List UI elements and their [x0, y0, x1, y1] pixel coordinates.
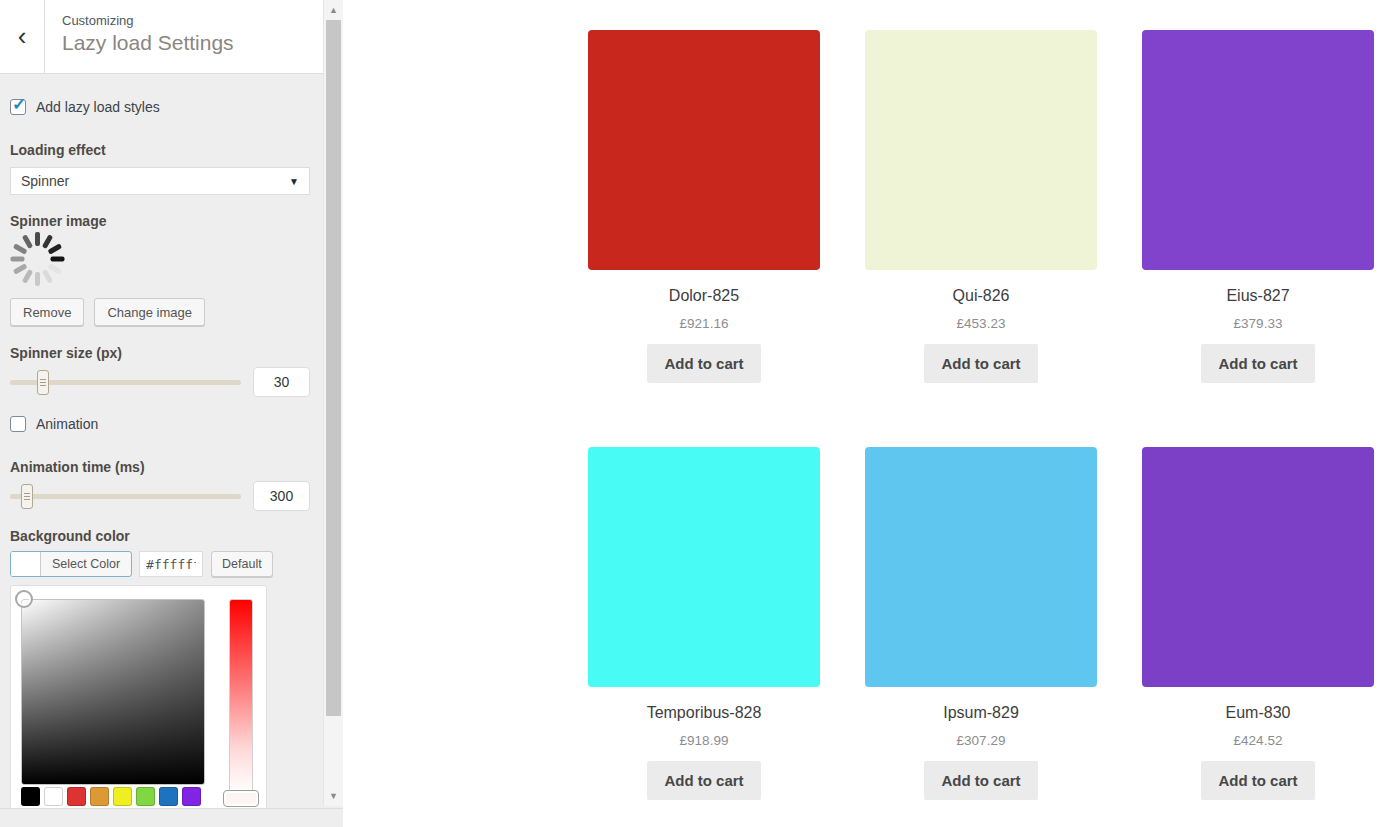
- loading-effect-label: Loading effect: [10, 142, 310, 158]
- palette-swatch[interactable]: [159, 787, 178, 806]
- customizer-header: ‹ Customizing Lazy load Settings: [0, 0, 343, 74]
- header-text: Customizing Lazy load Settings: [45, 0, 234, 73]
- product-name[interactable]: Temporibus-828: [588, 704, 820, 722]
- add-to-cart-button[interactable]: Add to cart: [924, 344, 1037, 383]
- product-card: Eius-827 £379.33 Add to cart: [1142, 30, 1374, 383]
- color-palette: [21, 787, 201, 806]
- color-picker: [10, 585, 267, 813]
- product-price: £921.16: [588, 316, 820, 331]
- slider-handle[interactable]: [37, 370, 49, 395]
- animation-time-control: [10, 481, 310, 511]
- spinner-image-label: Spinner image: [10, 213, 310, 229]
- settings-panel: ✓ Add lazy load styles Loading effect Sp…: [0, 74, 343, 813]
- saturation-square[interactable]: [21, 599, 205, 785]
- product-name[interactable]: Qui-826: [865, 287, 1097, 305]
- site-preview: Dolor-825 £921.16 Add to cart Qui-826 £4…: [343, 0, 1385, 827]
- product-grid: Dolor-825 £921.16 Add to cart Qui-826 £4…: [588, 30, 1374, 800]
- product-card: Ipsum-829 £307.29 Add to cart: [865, 447, 1097, 800]
- product-price: £918.99: [588, 733, 820, 748]
- add-to-cart-button[interactable]: Add to cart: [647, 761, 760, 800]
- add-to-cart-button[interactable]: Add to cart: [1201, 344, 1314, 383]
- background-color-control: Select Color Default: [10, 551, 310, 577]
- palette-swatch[interactable]: [136, 787, 155, 806]
- current-color-swatch: [11, 552, 41, 576]
- product-name[interactable]: Eius-827: [1142, 287, 1374, 305]
- back-arrow-icon: ‹: [18, 21, 27, 52]
- slider-track[interactable]: [10, 494, 241, 499]
- spinner-size-label: Spinner size (px): [10, 345, 310, 361]
- product-image[interactable]: [588, 447, 820, 687]
- default-color-button[interactable]: Default: [211, 551, 273, 577]
- palette-swatch[interactable]: [67, 787, 86, 806]
- animation-time-label: Animation time (ms): [10, 459, 310, 475]
- sidebar-footer: [0, 808, 343, 827]
- add-to-cart-button[interactable]: Add to cart: [1201, 761, 1314, 800]
- breadcrumb: Customizing: [62, 13, 234, 28]
- color-pointer-icon[interactable]: [15, 590, 33, 608]
- add-to-cart-button[interactable]: Add to cart: [647, 344, 760, 383]
- product-image[interactable]: [865, 447, 1097, 687]
- palette-swatch[interactable]: [21, 787, 40, 806]
- loading-effect-select[interactable]: Spinner ▼: [10, 167, 310, 195]
- add-lazy-load-styles-label: Add lazy load styles: [36, 99, 160, 115]
- loading-effect-value: Spinner: [21, 173, 69, 189]
- back-button[interactable]: ‹: [0, 0, 45, 73]
- product-name[interactable]: Ipsum-829: [865, 704, 1097, 722]
- add-lazy-load-styles-row: ✓ Add lazy load styles: [10, 98, 310, 116]
- background-color-label: Background color: [10, 528, 310, 544]
- product-card: Eum-830 £424.52 Add to cart: [1142, 447, 1374, 800]
- product-price: £424.52: [1142, 733, 1374, 748]
- product-card: Qui-826 £453.23 Add to cart: [865, 30, 1097, 383]
- palette-swatch[interactable]: [90, 787, 109, 806]
- product-name[interactable]: Eum-830: [1142, 704, 1374, 722]
- product-image[interactable]: [588, 30, 820, 270]
- scroll-down-icon[interactable]: ▼: [324, 788, 343, 804]
- product-card: Temporibus-828 £918.99 Add to cart: [588, 447, 820, 800]
- palette-swatch[interactable]: [182, 787, 201, 806]
- hex-color-input[interactable]: [139, 551, 203, 577]
- customizer-sidebar: ‹ Customizing Lazy load Settings ✓ Add l…: [0, 0, 343, 827]
- check-icon: ✓: [12, 94, 26, 115]
- sidebar-scrollbar[interactable]: ▲ ▼: [323, 0, 343, 806]
- chevron-down-icon: ▼: [289, 176, 299, 187]
- spinner-preview-image: [10, 232, 64, 286]
- product-image[interactable]: [1142, 30, 1374, 270]
- product-price: £453.23: [865, 316, 1097, 331]
- product-card: Dolor-825 £921.16 Add to cart: [588, 30, 820, 383]
- animation-row: Animation: [10, 415, 310, 433]
- spinner-size-slider[interactable]: [10, 367, 241, 397]
- change-image-button[interactable]: Change image: [94, 298, 205, 326]
- select-color-button[interactable]: Select Color: [10, 551, 132, 577]
- product-name[interactable]: Dolor-825: [588, 287, 820, 305]
- spinner-size-input[interactable]: [253, 367, 310, 397]
- scroll-up-icon[interactable]: ▲: [324, 2, 343, 18]
- product-price: £307.29: [865, 733, 1097, 748]
- product-image[interactable]: [865, 30, 1097, 270]
- hue-slider-handle[interactable]: [223, 790, 259, 807]
- remove-button[interactable]: Remove: [10, 298, 84, 326]
- page-title: Lazy load Settings: [62, 31, 234, 55]
- scrollbar-thumb[interactable]: [326, 20, 341, 716]
- spinner-size-control: [10, 367, 310, 397]
- add-to-cart-button[interactable]: Add to cart: [924, 761, 1037, 800]
- palette-swatch[interactable]: [44, 787, 63, 806]
- animation-label: Animation: [36, 416, 98, 432]
- slider-handle[interactable]: [21, 484, 33, 509]
- animation-checkbox[interactable]: [10, 416, 26, 432]
- select-color-label: Select Color: [41, 552, 131, 576]
- palette-swatch[interactable]: [113, 787, 132, 806]
- hue-strip[interactable]: [229, 599, 253, 793]
- animation-time-input[interactable]: [253, 481, 310, 511]
- product-price: £379.33: [1142, 316, 1374, 331]
- add-lazy-load-styles-checkbox[interactable]: ✓: [10, 99, 26, 115]
- product-image[interactable]: [1142, 447, 1374, 687]
- animation-time-slider[interactable]: [10, 481, 241, 511]
